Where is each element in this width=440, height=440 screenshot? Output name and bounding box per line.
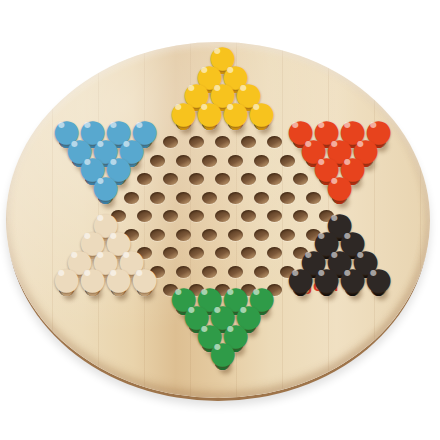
peg-highlight: ●	[110, 121, 117, 129]
peg-foot: ●	[111, 132, 126, 149]
board-cell-r3c3: ●●●	[255, 115, 268, 134]
board-cell-r7c7	[281, 189, 294, 208]
peg-hole[interactable]	[215, 173, 230, 185]
board-cell-r11c11: ●●●	[359, 263, 372, 282]
board-cell-r9c0: ●●●	[99, 226, 112, 245]
peg-hole[interactable]	[150, 192, 165, 204]
peg-yellow[interactable]: ●●●	[216, 59, 229, 78]
peg-green[interactable]: ●●●	[229, 300, 242, 319]
board-cell-r12c10: ●●●	[320, 281, 333, 300]
board-cell-r10c6	[242, 244, 255, 263]
peg-foot: ●	[176, 298, 191, 315]
board-cell-r6c8	[294, 170, 307, 189]
board-cell-r11c8	[281, 263, 294, 282]
board-cell-r4c1: ●●●	[86, 133, 99, 152]
peg-hole[interactable]	[241, 210, 256, 222]
peg-ball: ●	[313, 115, 340, 146]
peg-red[interactable]: ●●●	[359, 152, 372, 171]
peg-hole[interactable]	[202, 266, 217, 278]
peg-hole[interactable]	[176, 266, 191, 278]
peg-hole[interactable]	[202, 155, 217, 167]
peg-highlight: ●	[84, 232, 91, 240]
peg-highlight: ●	[370, 121, 377, 129]
peg-blue[interactable]: ●●●	[138, 133, 151, 152]
peg-foot: ●	[98, 150, 113, 167]
peg-hole[interactable]	[267, 210, 282, 222]
board-cell-r4c9: ●●●	[294, 133, 307, 152]
peg-natural[interactable]: ●●●	[86, 244, 99, 263]
peg-red[interactable]: ●●●	[307, 152, 320, 171]
peg-foot: ●	[215, 58, 230, 75]
board-cell-r4c6	[216, 133, 229, 152]
board-cell-r12c5	[190, 281, 203, 300]
board-cell-r10c5	[216, 244, 229, 263]
peg-foot: ●	[293, 132, 308, 149]
board-cell-r6c0: ●●●	[86, 170, 99, 189]
board-cell-r5c5	[203, 152, 216, 171]
peg-foot: ●	[358, 261, 373, 278]
peg-foot: ●	[254, 298, 269, 315]
peg-foot: ●	[358, 150, 373, 167]
peg-foot: ●	[306, 150, 321, 167]
board-cell-r6c7	[268, 170, 281, 189]
board-cell-r11c2: ●●●	[125, 263, 138, 282]
board-cell-r10c9: ●●●	[320, 244, 333, 263]
peg-foot: ●	[98, 224, 113, 241]
peg-yellow[interactable]: ●●●	[242, 96, 255, 115]
board-cell-r12c1: ●●●	[86, 281, 99, 300]
peg-hole[interactable]	[163, 284, 178, 296]
peg-foot: ●	[306, 261, 321, 278]
peg-natural[interactable]: ●●●	[138, 281, 151, 300]
peg-hole[interactable]	[254, 192, 269, 204]
board-cell-r7c6	[255, 189, 268, 208]
peg-foot: ●	[332, 261, 347, 278]
peg-hole[interactable]	[280, 266, 295, 278]
board-cell-r7c2	[151, 189, 164, 208]
peg-blue[interactable]: ●●●	[99, 152, 112, 171]
board-cell-r10c8	[294, 244, 307, 263]
peg-foot: ●	[72, 261, 87, 278]
peg-hole[interactable]	[137, 247, 152, 259]
peg-foot: ●	[72, 150, 87, 167]
board-cell-r8c7	[294, 207, 307, 226]
peg-green[interactable]: ●●●	[216, 318, 229, 337]
peg-foot: ●	[228, 76, 243, 93]
peg-blue[interactable]: ●●●	[86, 170, 99, 189]
board-cell-r8c4	[216, 207, 229, 226]
board-cell-r4c3: ●●●	[138, 133, 151, 152]
board-cell-r6c1: ●●●	[112, 170, 125, 189]
peg-black[interactable]: ●●●	[307, 263, 320, 282]
peg-foot: ●	[215, 317, 230, 334]
board-cell-r12c7	[242, 281, 255, 300]
peg-yellow[interactable]: ●●●	[229, 115, 242, 134]
peg-hole[interactable]	[293, 247, 308, 259]
peg-hole[interactable]	[241, 284, 256, 296]
peg-hole[interactable]	[228, 192, 243, 204]
peg-hole[interactable]	[189, 284, 204, 296]
peg-highlight: ●	[71, 251, 78, 259]
board-cell-r15c0: ●●●	[203, 337, 216, 356]
peg-green[interactable]: ●●●	[203, 300, 216, 319]
peg-foot: ●	[319, 169, 334, 186]
peg-blue[interactable]: ●●●	[112, 133, 125, 152]
board-cell-r9c3	[177, 226, 190, 245]
board-cell-r6c9: ●●●	[320, 170, 333, 189]
board-cell-r7c5	[229, 189, 242, 208]
peg-foot: ●	[345, 280, 360, 297]
board-cell-r5c3	[151, 152, 164, 171]
board-cell-r6c4	[190, 170, 203, 189]
board-cell-r5c8	[281, 152, 294, 171]
board-cell-r13c0: ●●●	[177, 300, 190, 319]
peg-ball: ●	[365, 115, 392, 146]
peg-hole[interactable]	[150, 229, 165, 241]
peg-red[interactable]: ●●●	[320, 133, 333, 152]
peg-hole[interactable]	[150, 266, 165, 278]
peg-hole[interactable]	[163, 173, 178, 185]
peg-yellow[interactable]: ●●●	[229, 78, 242, 97]
board-cell-r12c6	[216, 281, 229, 300]
board-cell-r16c0: ●●●	[216, 355, 229, 374]
peg-foot: ●	[137, 132, 152, 149]
board-cell-r6c5	[216, 170, 229, 189]
peg-green[interactable]: ●●●	[190, 318, 203, 337]
board-cell-r4c12: ●●●	[372, 133, 385, 152]
board-cell-r7c1	[125, 189, 138, 208]
board-cell-r6c2	[138, 170, 151, 189]
board-cell-r5c7	[255, 152, 268, 171]
board-cell-r9c4	[203, 226, 216, 245]
board-cell-r8c2	[164, 207, 177, 226]
peg-highlight: ●	[97, 214, 104, 222]
peg-hole[interactable]	[228, 229, 243, 241]
board-cell-r2c0: ●●●	[190, 96, 203, 115]
board-cell-r9c5	[229, 226, 242, 245]
board-cell-r14c1: ●●●	[216, 318, 229, 337]
peg-hole[interactable]	[280, 229, 295, 241]
peg-hole[interactable]	[306, 192, 321, 204]
peg-black[interactable]: ●●●	[346, 244, 359, 263]
peg-hole[interactable]	[228, 155, 243, 167]
board-cell-r4c11: ●●●	[346, 133, 359, 152]
board-cell-r9c6	[255, 226, 268, 245]
peg-foot: ●	[111, 169, 126, 186]
board-cell-r12c4	[164, 281, 177, 300]
peg-hole[interactable]	[241, 247, 256, 259]
board-cell-r7c3	[177, 189, 190, 208]
peg-red[interactable]: ●●●	[320, 170, 333, 189]
peg-hole[interactable]	[215, 247, 230, 259]
peg-highlight: ●	[292, 121, 299, 129]
board-cell-r4c2: ●●●	[112, 133, 125, 152]
peg-foot: ●	[371, 132, 386, 149]
peg-hole[interactable]	[267, 247, 282, 259]
peg-green[interactable]: ●●●	[203, 337, 216, 356]
board-cell-r5c11: ●●●	[359, 152, 372, 171]
peg-hole[interactable]	[254, 266, 269, 278]
board-cell-r12c2: ●●●	[112, 281, 125, 300]
peg-hole[interactable]	[137, 173, 152, 185]
peg-hole[interactable]	[150, 155, 165, 167]
peg-hole[interactable]	[111, 210, 126, 222]
board-cell-r10c3	[164, 244, 177, 263]
board-cell-r4c10: ●●●	[320, 133, 333, 152]
peg-foot: ●	[189, 317, 204, 334]
board-cell-r5c0: ●●●	[73, 152, 86, 171]
peg-blue[interactable]: ●●●	[99, 189, 112, 208]
peg-black[interactable]: ●●●	[333, 226, 346, 245]
board-cell-r12c8	[268, 281, 281, 300]
peg-hole[interactable]	[254, 155, 269, 167]
peg-hole[interactable]	[137, 210, 152, 222]
board-cell-r13c3: ●●●	[255, 300, 268, 319]
peg-blue[interactable]: ●●●	[73, 152, 86, 171]
peg-ball: ●	[131, 115, 158, 146]
board-cell-r5c10: ●●●	[333, 152, 346, 171]
peg-foot: ●	[319, 243, 334, 260]
board-cell-r10c10: ●●●	[346, 244, 359, 263]
peg-yellow[interactable]: ●●●	[203, 78, 216, 97]
peg-blue[interactable]: ●●●	[86, 133, 99, 152]
peg-hole[interactable]	[189, 247, 204, 259]
peg-hole[interactable]	[215, 210, 230, 222]
peg-black[interactable]: ●●●	[372, 281, 385, 300]
board-cell-r14c2: ●●●	[242, 318, 255, 337]
peg-foot: ●	[85, 169, 100, 186]
peg-foot: ●	[202, 113, 217, 130]
board-cell-r9c9: ●●●	[333, 226, 346, 245]
peg-foot: ●	[319, 280, 334, 297]
board-cell-r11c9: ●●●	[307, 263, 320, 282]
board-cell-r8c3	[190, 207, 203, 226]
peg-green[interactable]: ●●●	[177, 300, 190, 319]
peg-natural[interactable]: ●●●	[73, 263, 86, 282]
peg-foot: ●	[111, 243, 126, 260]
peg-hole[interactable]	[293, 210, 308, 222]
peg-foot: ●	[189, 95, 204, 112]
peg-black[interactable]: ●●●	[294, 281, 307, 300]
peg-natural[interactable]: ●●●	[99, 226, 112, 245]
peg-ball: ●	[287, 115, 314, 146]
peg-red[interactable]: ●●●	[333, 189, 346, 208]
board-cell-r11c3	[151, 263, 164, 282]
peg-black[interactable]: ●●●	[320, 281, 333, 300]
peg-foot: ●	[228, 113, 243, 130]
peg-red[interactable]: ●●●	[372, 133, 385, 152]
peg-foot: ●	[111, 280, 126, 297]
board-cell-r10c2	[138, 244, 151, 263]
peg-natural[interactable]: ●●●	[60, 281, 73, 300]
peg-yellow[interactable]: ●●●	[190, 96, 203, 115]
board-cell-r9c1	[125, 226, 138, 245]
board-cell-r10c7	[268, 244, 281, 263]
peg-foot: ●	[215, 354, 230, 371]
peg-foot: ●	[59, 280, 74, 297]
peg-foot: ●	[319, 132, 334, 149]
peg-hole[interactable]	[189, 210, 204, 222]
peg-foot: ●	[202, 76, 217, 93]
board-cell-r7c4	[203, 189, 216, 208]
board-cell-r7c8	[307, 189, 320, 208]
board-cell-r13c2: ●●●	[229, 300, 242, 319]
peg-foot: ●	[59, 132, 74, 149]
board-cell-r8c1	[138, 207, 151, 226]
peg-foot: ●	[332, 150, 347, 167]
board-cell-r2c1: ●●●	[216, 96, 229, 115]
peg-highlight: ●	[318, 121, 325, 129]
board-cell-r8c6	[268, 207, 281, 226]
board-cell-r6c3	[164, 170, 177, 189]
peg-ball: ●	[79, 115, 106, 146]
peg-black[interactable]: ●●●	[346, 281, 359, 300]
peg-highlight: ●	[58, 269, 65, 277]
peg-highlight: ●	[344, 121, 351, 129]
peg-foot: ●	[85, 132, 100, 149]
board-cell-r7c0: ●●●	[99, 189, 112, 208]
peg-blue[interactable]: ●●●	[112, 170, 125, 189]
peg-highlight: ●	[175, 103, 182, 111]
board-cell-r3c2: ●●●	[229, 115, 242, 134]
peg-hole[interactable]	[293, 173, 308, 185]
peg-hole[interactable]	[241, 136, 256, 148]
peg-foot: ●	[228, 335, 243, 352]
peg-natural[interactable]: ●●●	[99, 263, 112, 282]
board-cell-r11c4	[177, 263, 190, 282]
board-cell-r9c2	[151, 226, 164, 245]
peg-hole[interactable]	[124, 192, 139, 204]
game-board: ●●●●●●●●●●●●●●●●●●●●●●●●●●●●●●●●●●●●●●●●…	[6, 42, 430, 398]
peg-foot: ●	[345, 132, 360, 149]
peg-foot: ●	[137, 280, 152, 297]
peg-foot: ●	[371, 280, 386, 297]
peg-yellow[interactable]: ●●●	[177, 115, 190, 134]
peg-black[interactable]: ●●●	[320, 244, 333, 263]
peg-foot: ●	[228, 298, 243, 315]
peg-foot: ●	[241, 317, 256, 334]
peg-hole[interactable]	[280, 192, 295, 204]
board-cell-r4c7	[242, 133, 255, 152]
board-cell-r1c0: ●●●	[203, 78, 216, 97]
peg-hole[interactable]	[189, 136, 204, 148]
peg-highlight: ●	[58, 121, 65, 129]
peg-foot: ●	[345, 243, 360, 260]
peg-hole[interactable]	[319, 210, 334, 222]
board-cell-r8c8	[320, 207, 333, 226]
peg-ball: ●	[53, 115, 80, 146]
board-cell-r11c6	[229, 263, 242, 282]
peg-hole[interactable]	[163, 247, 178, 259]
peg-hole[interactable]	[176, 229, 191, 241]
peg-natural[interactable]: ●●●	[86, 281, 99, 300]
peg-blue[interactable]: ●●●	[125, 152, 138, 171]
board-cell-r12c11: ●●●	[346, 281, 359, 300]
peg-hole[interactable]	[241, 173, 256, 185]
board-cell-r8c5	[242, 207, 255, 226]
peg-foot: ●	[124, 261, 139, 278]
peg-foot: ●	[85, 243, 100, 260]
peg-red[interactable]: ●●●	[294, 133, 307, 152]
peg-ball: ●	[105, 115, 132, 146]
peg-hole[interactable]	[267, 173, 282, 185]
peg-natural[interactable]: ●●●	[112, 281, 125, 300]
peg-hole[interactable]	[176, 155, 191, 167]
board-cell-r11c5	[203, 263, 216, 282]
board-cell-r4c5	[190, 133, 203, 152]
board-cell-r12c0: ●●●	[60, 281, 73, 300]
peg-yellow[interactable]: ●●●	[216, 96, 229, 115]
peg-hole[interactable]	[202, 229, 217, 241]
peg-hole[interactable]	[267, 284, 282, 296]
peg-yellow[interactable]: ●●●	[203, 115, 216, 134]
peg-hole[interactable]	[267, 136, 282, 148]
peg-yellow[interactable]: ●●●	[255, 115, 268, 134]
peg-red[interactable]: ●●●	[346, 133, 359, 152]
board-cell-r4c8	[268, 133, 281, 152]
peg-highlight: ●	[188, 84, 195, 92]
peg-hole[interactable]	[215, 284, 230, 296]
board-cell-r3c0: ●●●	[177, 115, 190, 134]
board-cell-r3c1: ●●●	[203, 115, 216, 134]
board-cell-r7c9: ●●●	[333, 189, 346, 208]
peg-hole[interactable]	[280, 155, 295, 167]
peg-hole[interactable]	[306, 229, 321, 241]
hole-grid: ●●●●●●●●●●●●●●●●●●●●●●●●●●●●●●●●●●●●●●●●…	[60, 59, 385, 374]
peg-green[interactable]: ●●●	[216, 355, 229, 374]
peg-hole[interactable]	[163, 210, 178, 222]
board-cell-r1c1: ●●●	[229, 78, 242, 97]
board-cell-r9c8	[307, 226, 320, 245]
peg-foot: ●	[202, 298, 217, 315]
peg-hole[interactable]	[202, 192, 217, 204]
peg-highlight: ●	[201, 66, 208, 74]
peg-hole[interactable]	[254, 229, 269, 241]
peg-foot: ●	[241, 95, 256, 112]
board-cell-r4c4	[164, 133, 177, 152]
peg-natural[interactable]: ●●●	[125, 263, 138, 282]
peg-hole[interactable]	[124, 229, 139, 241]
peg-hole[interactable]	[189, 173, 204, 185]
peg-foot: ●	[345, 169, 360, 186]
peg-highlight: ●	[214, 47, 221, 55]
peg-foot: ●	[124, 150, 139, 167]
board-cell-r9c7	[281, 226, 294, 245]
peg-green[interactable]: ●●●	[229, 337, 242, 356]
peg-hole[interactable]	[215, 136, 230, 148]
peg-green[interactable]: ●●●	[242, 318, 255, 337]
peg-black[interactable]: ●●●	[333, 263, 346, 282]
peg-foot: ●	[176, 113, 191, 130]
board-cell-r11c10: ●●●	[333, 263, 346, 282]
peg-natural[interactable]: ●●●	[112, 244, 125, 263]
board-cell-r13c1: ●●●	[203, 300, 216, 319]
photo-background: ●●●●●●●●●●●●●●●●●●●●●●●●●●●●●●●●●●●●●●●●…	[0, 0, 440, 440]
board-cell-r8c0	[112, 207, 125, 226]
peg-hole[interactable]	[176, 192, 191, 204]
board-cell-r5c1: ●●●	[99, 152, 112, 171]
peg-red[interactable]: ●●●	[346, 170, 359, 189]
peg-blue[interactable]: ●●●	[60, 133, 73, 152]
peg-hole[interactable]	[228, 266, 243, 278]
peg-foot: ●	[332, 224, 347, 241]
peg-hole[interactable]	[163, 136, 178, 148]
board-cell-r15c1: ●●●	[229, 337, 242, 356]
peg-green[interactable]: ●●●	[255, 300, 268, 319]
peg-red[interactable]: ●●●	[333, 152, 346, 171]
peg-black[interactable]: ●●●	[359, 263, 372, 282]
board-cell-r11c0: ●●●	[73, 263, 86, 282]
